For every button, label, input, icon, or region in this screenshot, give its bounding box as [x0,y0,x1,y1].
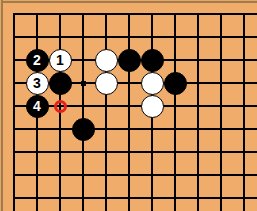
move-number-label: 3 [33,76,41,90]
move-number-label: 4 [33,99,41,113]
grid-line-vertical [243,13,245,211]
move-number-label: 2 [33,53,41,67]
white-stone-move-1: 1 [49,49,72,72]
hoshi-star-point [81,81,86,86]
grid-line-horizontal [13,128,257,130]
grid-line-vertical [105,13,107,211]
black-stone-move-2: 2 [26,49,49,72]
grid-line-horizontal [13,13,257,15]
black-stone [141,49,164,72]
grid-line-horizontal [13,197,257,199]
grid-line-horizontal [13,105,257,107]
move-number-label: 1 [56,53,64,67]
black-stone [164,72,187,95]
grid-line-vertical [220,13,222,211]
black-stone [49,72,72,95]
white-stone [95,49,118,72]
grid-line-horizontal [13,36,257,38]
white-stone [141,95,164,118]
grid-line-vertical [82,13,84,211]
black-stone [118,49,141,72]
black-stone-move-4: 4 [26,95,49,118]
white-stone [95,72,118,95]
grid-line-vertical [197,13,199,211]
go-corner-diagram: 2134 [0,0,257,211]
white-stone-move-3: 3 [26,72,49,95]
grid-line-horizontal [13,174,257,176]
grid-line-vertical [128,13,130,211]
black-stone [72,118,95,141]
go-board: 2134 [3,3,257,211]
grid-line-vertical [13,13,15,211]
grid-line-vertical [174,13,176,211]
grid-line-horizontal [13,151,257,153]
white-stone [141,72,164,95]
red-circle-marker [54,100,67,113]
